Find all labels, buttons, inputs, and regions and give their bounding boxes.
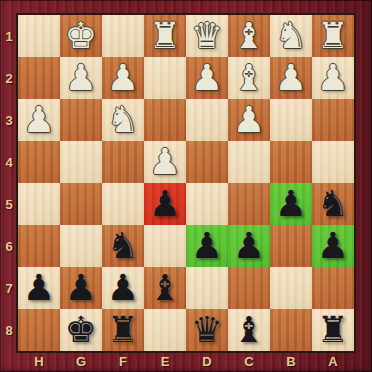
square-f1[interactable]: [102, 15, 144, 57]
square-a8[interactable]: ♜: [312, 309, 354, 351]
white-bishop: ♝: [233, 57, 265, 99]
square-c6[interactable]: ♟: [228, 225, 270, 267]
square-e8[interactable]: [144, 309, 186, 351]
black-pawn: ♟: [23, 267, 55, 309]
black-knight: ♞: [317, 183, 349, 225]
black-king: ♚: [65, 309, 97, 351]
square-c4[interactable]: [228, 141, 270, 183]
square-f3[interactable]: ♞: [102, 99, 144, 141]
rank-labels: 12345678: [0, 15, 18, 351]
square-g5[interactable]: [60, 183, 102, 225]
square-h5[interactable]: [18, 183, 60, 225]
square-f6[interactable]: ♞: [102, 225, 144, 267]
file-label-a: A: [312, 351, 354, 372]
square-c1[interactable]: ♝: [228, 15, 270, 57]
black-pawn: ♟: [191, 225, 223, 267]
black-pawn: ♟: [107, 267, 139, 309]
file-label-h: H: [18, 351, 60, 372]
square-a6[interactable]: ♟: [312, 225, 354, 267]
square-b3[interactable]: [270, 99, 312, 141]
rank-label-3: 3: [0, 99, 18, 141]
square-g2[interactable]: ♟: [60, 57, 102, 99]
square-g4[interactable]: [60, 141, 102, 183]
black-queen: ♛: [191, 309, 223, 351]
square-h7[interactable]: ♟: [18, 267, 60, 309]
square-a4[interactable]: [312, 141, 354, 183]
square-a2[interactable]: ♟: [312, 57, 354, 99]
square-f2[interactable]: ♟: [102, 57, 144, 99]
white-pawn: ♟: [233, 99, 265, 141]
square-a3[interactable]: [312, 99, 354, 141]
square-e4[interactable]: ♟: [144, 141, 186, 183]
square-e1[interactable]: ♜: [144, 15, 186, 57]
square-b4[interactable]: [270, 141, 312, 183]
square-e6[interactable]: [144, 225, 186, 267]
rank-label-8: 8: [0, 309, 18, 351]
square-a5[interactable]: ♞: [312, 183, 354, 225]
square-d1[interactable]: ♛: [186, 15, 228, 57]
white-pawn: ♟: [107, 57, 139, 99]
square-g7[interactable]: ♟: [60, 267, 102, 309]
square-a7[interactable]: [312, 267, 354, 309]
white-rook: ♜: [317, 15, 349, 57]
square-h1[interactable]: [18, 15, 60, 57]
square-d7[interactable]: [186, 267, 228, 309]
square-g1[interactable]: ♚: [60, 15, 102, 57]
square-e7[interactable]: ♝: [144, 267, 186, 309]
square-g8[interactable]: ♚: [60, 309, 102, 351]
square-d6[interactable]: ♟: [186, 225, 228, 267]
square-e3[interactable]: [144, 99, 186, 141]
file-label-d: D: [186, 351, 228, 372]
black-rook: ♜: [317, 309, 349, 351]
square-a1[interactable]: ♜: [312, 15, 354, 57]
square-e2[interactable]: [144, 57, 186, 99]
rank-label-6: 6: [0, 225, 18, 267]
white-knight: ♞: [107, 99, 139, 141]
square-h4[interactable]: [18, 141, 60, 183]
black-knight: ♞: [107, 225, 139, 267]
square-f7[interactable]: ♟: [102, 267, 144, 309]
white-knight: ♞: [275, 15, 307, 57]
rank-label-2: 2: [0, 57, 18, 99]
rank-label-5: 5: [0, 183, 18, 225]
file-label-g: G: [60, 351, 102, 372]
square-b5[interactable]: ♟: [270, 183, 312, 225]
square-h8[interactable]: [18, 309, 60, 351]
square-d4[interactable]: [186, 141, 228, 183]
square-f5[interactable]: [102, 183, 144, 225]
square-h3[interactable]: ♟: [18, 99, 60, 141]
white-pawn: ♟: [23, 99, 55, 141]
white-pawn: ♟: [275, 57, 307, 99]
white-pawn: ♟: [149, 141, 181, 183]
black-pawn: ♟: [149, 183, 181, 225]
white-pawn: ♟: [65, 57, 97, 99]
black-bishop: ♝: [233, 309, 265, 351]
file-label-b: B: [270, 351, 312, 372]
square-d3[interactable]: [186, 99, 228, 141]
square-c5[interactable]: [228, 183, 270, 225]
square-b6[interactable]: [270, 225, 312, 267]
square-c2[interactable]: ♝: [228, 57, 270, 99]
white-pawn: ♟: [191, 57, 223, 99]
square-f8[interactable]: ♜: [102, 309, 144, 351]
square-h2[interactable]: [18, 57, 60, 99]
square-f4[interactable]: [102, 141, 144, 183]
file-label-f: F: [102, 351, 144, 372]
black-bishop: ♝: [149, 267, 181, 309]
black-pawn: ♟: [317, 225, 349, 267]
square-d5[interactable]: [186, 183, 228, 225]
square-b8[interactable]: [270, 309, 312, 351]
square-d8[interactable]: ♛: [186, 309, 228, 351]
square-d2[interactable]: ♟: [186, 57, 228, 99]
black-pawn: ♟: [275, 183, 307, 225]
black-pawn: ♟: [65, 267, 97, 309]
white-king: ♚: [65, 15, 97, 57]
square-b2[interactable]: ♟: [270, 57, 312, 99]
square-b1[interactable]: ♞: [270, 15, 312, 57]
rank-label-4: 4: [0, 141, 18, 183]
white-pawn: ♟: [317, 57, 349, 99]
rank-label-7: 7: [0, 267, 18, 309]
file-labels: HGFEDCBA: [18, 351, 354, 372]
square-e5[interactable]: ♟: [144, 183, 186, 225]
black-rook: ♜: [107, 309, 139, 351]
square-c7[interactable]: [228, 267, 270, 309]
file-label-e: E: [144, 351, 186, 372]
square-b7[interactable]: [270, 267, 312, 309]
file-label-c: C: [228, 351, 270, 372]
square-c3[interactable]: ♟: [228, 99, 270, 141]
rank-label-1: 1: [0, 15, 18, 57]
chess-board: ♚♜♛♝♞♜♟♟♟♝♟♟♟♞♟♟♟♟♞♞♟♟♟♟♟♟♝♚♜♛♝♜: [18, 15, 354, 351]
white-rook: ♜: [149, 15, 181, 57]
white-bishop: ♝: [233, 15, 265, 57]
square-g6[interactable]: [60, 225, 102, 267]
square-g3[interactable]: [60, 99, 102, 141]
white-queen: ♛: [191, 15, 223, 57]
black-pawn: ♟: [233, 225, 265, 267]
square-h6[interactable]: [18, 225, 60, 267]
chess-board-frame: 12345678 HGFEDCBA ♚♜♛♝♞♜♟♟♟♝♟♟♟♞♟♟♟♟♞♞♟♟…: [0, 0, 372, 372]
square-c8[interactable]: ♝: [228, 309, 270, 351]
